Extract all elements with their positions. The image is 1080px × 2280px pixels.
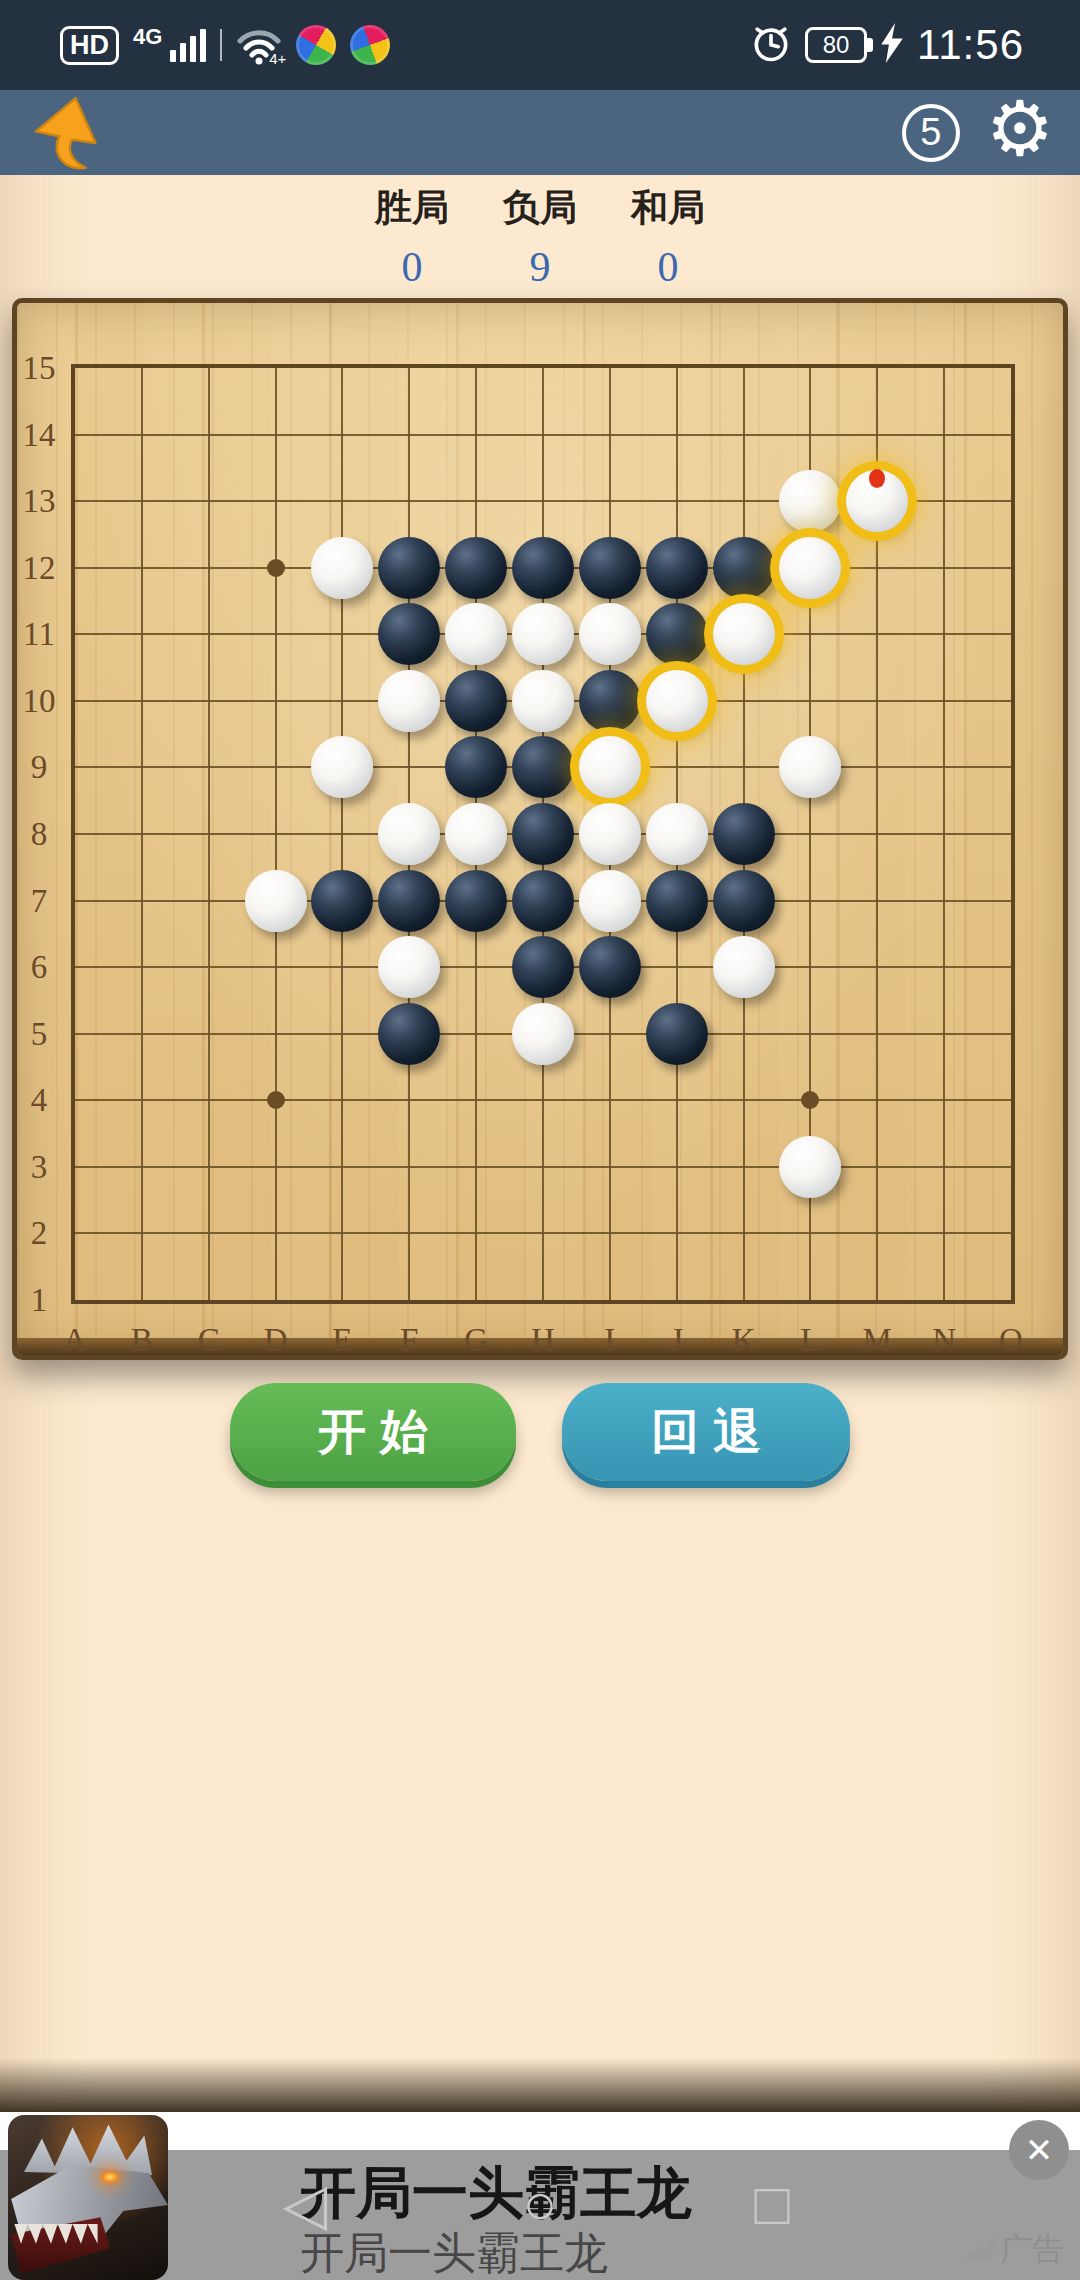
stone-black-J12 bbox=[646, 537, 708, 599]
ad-network-logo bbox=[967, 2239, 994, 2261]
stone-white-F8 bbox=[378, 803, 440, 865]
stone-white-I11 bbox=[579, 603, 641, 665]
stone-black-H9 bbox=[512, 736, 574, 798]
ad-thumbnail-image[interactable] bbox=[8, 2115, 168, 2280]
stone-black-F12 bbox=[378, 537, 440, 599]
row-label-13: 13 bbox=[19, 483, 59, 520]
close-icon: ✕ bbox=[1025, 2130, 1054, 2170]
stone-black-K7 bbox=[713, 870, 775, 932]
stone-black-H7 bbox=[512, 870, 574, 932]
alarm-icon bbox=[749, 21, 793, 69]
ad-subtitle: 开局一头霸王龙 bbox=[300, 2224, 608, 2280]
network-type-label: 4G bbox=[133, 24, 162, 50]
row-label-8: 8 bbox=[19, 816, 59, 853]
row-label-11: 11 bbox=[19, 616, 59, 653]
row-label-10: 10 bbox=[19, 683, 59, 720]
col-label-M: M bbox=[855, 1322, 899, 1359]
stone-white-E12 bbox=[311, 537, 373, 599]
star-point-D12 bbox=[267, 559, 285, 577]
stone-white-I9 bbox=[579, 736, 641, 798]
col-label-A: A bbox=[53, 1322, 97, 1359]
ad-badge: 广告 bbox=[967, 2228, 1064, 2272]
row-label-4: 4 bbox=[19, 1082, 59, 1119]
grid-vertical-line bbox=[943, 368, 945, 1300]
stone-white-D7 bbox=[245, 870, 307, 932]
stone-black-F5 bbox=[378, 1003, 440, 1065]
status-bar: HD 4G 4+ bbox=[0, 0, 1080, 90]
row-label-2: 2 bbox=[19, 1215, 59, 1252]
clock-time: 11:56 bbox=[917, 21, 1024, 69]
header-actions: 5 ⚙ bbox=[902, 90, 1054, 175]
gomoku-board[interactable]: ABCDEFGHIJKLMNO151413121110987654321 bbox=[12, 298, 1068, 1360]
hd-icon: HD bbox=[60, 26, 119, 65]
grid-horizontal-line bbox=[75, 1232, 1011, 1234]
stone-white-G8 bbox=[445, 803, 507, 865]
row-label-5: 5 bbox=[19, 1016, 59, 1053]
stone-black-H6 bbox=[512, 936, 574, 998]
wins-value: 0 bbox=[361, 243, 463, 291]
header-bar: 5 ⚙ bbox=[0, 90, 1080, 175]
stone-white-M13 bbox=[846, 470, 908, 532]
stone-black-H12 bbox=[512, 537, 574, 599]
stone-black-K12 bbox=[713, 537, 775, 599]
notification-app-icon-2 bbox=[342, 17, 398, 73]
stone-white-L12 bbox=[779, 537, 841, 599]
stone-white-F10 bbox=[378, 670, 440, 732]
stone-black-I12 bbox=[579, 537, 641, 599]
stone-black-J11 bbox=[646, 603, 708, 665]
stone-white-H5 bbox=[512, 1003, 574, 1065]
stone-white-H11 bbox=[512, 603, 574, 665]
stone-white-J10 bbox=[646, 670, 708, 732]
col-label-J: J bbox=[655, 1322, 699, 1359]
ad-banner[interactable]: 开局一头霸王龙 开局一头霸王龙 ✕ ◁ ○ □ 广告 bbox=[0, 2112, 1080, 2280]
row-label-14: 14 bbox=[19, 417, 59, 454]
col-label-E: E bbox=[320, 1322, 364, 1359]
start-button[interactable]: 开始 bbox=[230, 1383, 516, 1481]
col-label-G: G bbox=[454, 1322, 498, 1359]
row-label-7: 7 bbox=[19, 883, 59, 920]
stone-black-J5 bbox=[646, 1003, 708, 1065]
ad-close-button[interactable]: ✕ bbox=[1009, 2120, 1069, 2180]
counter-badge[interactable]: 5 bbox=[902, 104, 960, 162]
draws-value: 0 bbox=[617, 243, 719, 291]
stone-white-J8 bbox=[646, 803, 708, 865]
start-button-label: 开始 bbox=[304, 1400, 442, 1464]
row-label-12: 12 bbox=[19, 550, 59, 587]
stone-white-I7 bbox=[579, 870, 641, 932]
row-label-6: 6 bbox=[19, 949, 59, 986]
col-label-C: C bbox=[187, 1322, 231, 1359]
charging-bolt-icon bbox=[879, 23, 905, 67]
grid-horizontal-line bbox=[75, 1099, 1011, 1101]
nav-back-icon[interactable]: ◁ bbox=[283, 2170, 328, 2238]
col-label-K: K bbox=[722, 1322, 766, 1359]
draws-label: 和局 bbox=[617, 183, 719, 233]
wifi-icon: 4+ bbox=[236, 25, 282, 65]
ad-badge-label: 广告 bbox=[1000, 2228, 1064, 2272]
row-label-1: 1 bbox=[19, 1282, 59, 1319]
status-left-group: HD 4G 4+ bbox=[60, 25, 390, 65]
notification-app-icon bbox=[296, 25, 336, 65]
col-label-O: O bbox=[989, 1322, 1033, 1359]
back-button[interactable] bbox=[26, 95, 112, 171]
col-label-B: B bbox=[120, 1322, 164, 1359]
stone-black-G10 bbox=[445, 670, 507, 732]
scoreboard: 胜局 0 负局 9 和局 0 bbox=[361, 183, 719, 291]
stone-white-K6 bbox=[713, 936, 775, 998]
stone-black-J7 bbox=[646, 870, 708, 932]
signal-divider bbox=[220, 29, 222, 61]
nav-recents-icon[interactable]: □ bbox=[754, 2170, 789, 2237]
col-label-D: D bbox=[254, 1322, 298, 1359]
score-losses: 负局 9 bbox=[489, 183, 591, 291]
wins-label: 胜局 bbox=[361, 183, 463, 233]
stone-black-K8 bbox=[713, 803, 775, 865]
losses-value: 9 bbox=[489, 243, 591, 291]
undo-button-label: 回退 bbox=[637, 1400, 775, 1464]
wifi-plus-label: 4+ bbox=[269, 50, 286, 67]
stone-white-F6 bbox=[378, 936, 440, 998]
row-label-15: 15 bbox=[19, 350, 59, 387]
row-label-3: 3 bbox=[19, 1149, 59, 1186]
stone-black-H8 bbox=[512, 803, 574, 865]
last-move-marker bbox=[869, 469, 885, 488]
stone-black-I6 bbox=[579, 936, 641, 998]
stone-black-I10 bbox=[579, 670, 641, 732]
counter-badge-value: 5 bbox=[920, 111, 941, 154]
stone-white-K11 bbox=[713, 603, 775, 665]
battery-icon: 80 bbox=[805, 27, 867, 63]
nav-home-icon[interactable]: ○ bbox=[522, 2170, 557, 2237]
signal-strength-icon bbox=[170, 28, 206, 62]
stone-white-I8 bbox=[579, 803, 641, 865]
losses-label: 负局 bbox=[489, 183, 591, 233]
stone-black-E7 bbox=[311, 870, 373, 932]
stone-white-G11 bbox=[445, 603, 507, 665]
grid-horizontal-line bbox=[75, 1166, 1011, 1168]
status-right-group: 80 11:56 bbox=[749, 21, 1024, 69]
score-draws: 和局 0 bbox=[617, 183, 719, 291]
undo-button[interactable]: 回退 bbox=[562, 1383, 850, 1481]
col-label-L: L bbox=[788, 1322, 832, 1359]
stone-white-L3 bbox=[779, 1136, 841, 1198]
stone-black-F7 bbox=[378, 870, 440, 932]
col-label-H: H bbox=[521, 1322, 565, 1359]
col-label-N: N bbox=[922, 1322, 966, 1359]
stone-black-G7 bbox=[445, 870, 507, 932]
col-label-F: F bbox=[387, 1322, 431, 1359]
battery-level-label: 80 bbox=[823, 31, 850, 59]
app-screen: HD 4G 4+ bbox=[0, 0, 1080, 2280]
dino-eye-art bbox=[101, 2171, 119, 2183]
col-label-I: I bbox=[588, 1322, 632, 1359]
row-label-9: 9 bbox=[19, 749, 59, 786]
stone-black-G12 bbox=[445, 537, 507, 599]
star-point-D4 bbox=[267, 1091, 285, 1109]
score-wins: 胜局 0 bbox=[361, 183, 463, 291]
stone-white-H10 bbox=[512, 670, 574, 732]
ad-title[interactable]: 开局一头霸王龙 bbox=[300, 2156, 692, 2232]
settings-gear-icon[interactable]: ⚙ bbox=[986, 91, 1054, 167]
bottom-shadow bbox=[0, 2058, 1080, 2112]
